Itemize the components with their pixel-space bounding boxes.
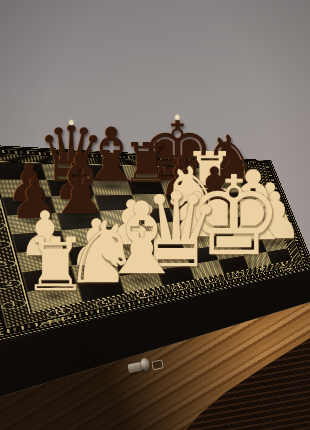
light-finial-tip — [176, 115, 180, 120]
square-e8 — [122, 166, 160, 180]
square-h8 — [0, 162, 47, 180]
square-a7 — [239, 181, 265, 192]
square-a8 — [235, 169, 261, 180]
chess-photo-scene: HGFEDCBA87654321 ♞♚♜♝♛♜♟♟♟♟♟♝♟♞♟♟♟♝♟♟♚♟♛… — [0, 0, 310, 430]
light-finial-tip — [69, 120, 73, 125]
square-g8 — [42, 164, 90, 181]
square-f8 — [85, 165, 127, 180]
square-f7 — [90, 180, 132, 195]
square-g7 — [47, 180, 95, 197]
clasp-hook — [151, 359, 164, 370]
square-d7 — [160, 180, 194, 194]
square-e7 — [127, 180, 165, 194]
square-h7 — [0, 180, 51, 198]
